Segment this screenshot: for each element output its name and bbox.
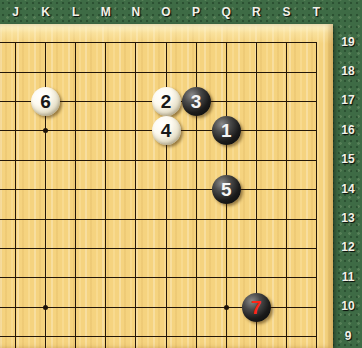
stone-black-1-Q16: 1 (212, 116, 241, 145)
col-label-J: J (6, 5, 26, 19)
col-label-O: O (156, 5, 176, 19)
grid-line-row-9 (0, 336, 317, 337)
stone-white-2-O17: 2 (152, 87, 181, 116)
move-number: 2 (161, 92, 172, 111)
grid-line-col-J (15, 42, 16, 348)
grid-line-row-11 (0, 277, 317, 278)
grid-line-row-18 (0, 72, 317, 73)
row-label-14: 14 (335, 182, 361, 196)
move-number: 1 (221, 121, 232, 140)
goban[interactable]: 1234567 (0, 24, 333, 348)
star-point-Q10 (224, 305, 229, 310)
grid-line-col-T (316, 42, 317, 348)
stone-black-3-P17: 3 (182, 87, 211, 116)
row-label-18: 18 (335, 64, 361, 78)
row-label-12: 12 (335, 240, 361, 254)
col-label-K: K (36, 5, 56, 19)
row-label-11: 11 (335, 270, 361, 284)
row-label-13: 13 (335, 211, 361, 225)
grid-line-col-M (105, 42, 106, 348)
grid-line-row-12 (0, 248, 317, 249)
col-label-S: S (276, 5, 296, 19)
grid-line-col-N (135, 42, 136, 348)
grid-line-row-13 (0, 219, 317, 220)
col-label-M: M (96, 5, 116, 19)
grid-line-row-19 (0, 42, 317, 43)
row-label-10: 10 (335, 299, 361, 313)
grid-line-row-15 (0, 160, 317, 161)
row-label-19: 19 (335, 35, 361, 49)
move-number: 3 (191, 92, 202, 111)
stone-white-4-O16: 4 (152, 116, 181, 145)
grid-line-col-L (75, 42, 76, 348)
star-point-K10 (43, 305, 48, 310)
stone-white-6-K17: 6 (31, 87, 60, 116)
stone-black-5-Q14: 5 (212, 175, 241, 204)
col-label-Q: Q (216, 5, 236, 19)
col-label-N: N (126, 5, 146, 19)
grid-line-row-14 (0, 189, 317, 190)
move-number: 7 (251, 298, 262, 317)
col-label-P: P (186, 5, 206, 19)
move-number: 6 (40, 92, 51, 111)
move-number: 4 (161, 121, 172, 140)
star-point-K16 (43, 128, 48, 133)
row-label-17: 17 (335, 93, 361, 107)
col-label-L: L (66, 5, 86, 19)
move-number: 5 (221, 180, 232, 199)
row-label-9: 9 (335, 329, 361, 343)
stone-black-7-R10: 7 (242, 293, 271, 322)
col-label-R: R (246, 5, 266, 19)
row-label-16: 16 (335, 123, 361, 137)
grid-line-col-S (286, 42, 287, 348)
col-label-T: T (307, 5, 327, 19)
row-label-15: 15 (335, 152, 361, 166)
go-game-screen: 1234567 JKLMNOPQRST 19181716151413121110… (0, 0, 362, 348)
